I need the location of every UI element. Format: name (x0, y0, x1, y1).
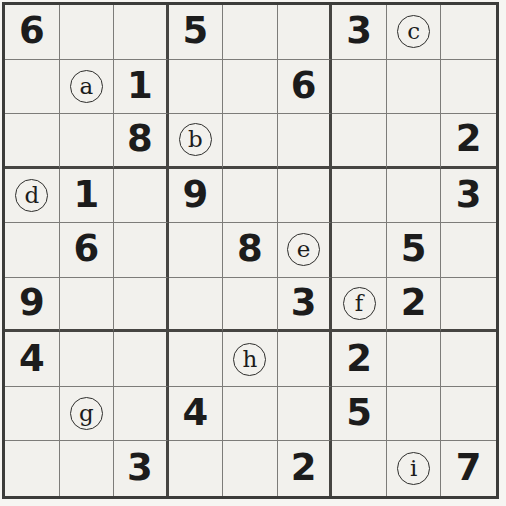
cell-r5c8[interactable]: 5 (387, 223, 442, 278)
cell-r9c9[interactable]: 7 (441, 441, 496, 496)
circled-label-h: h (233, 343, 266, 376)
cell-r1c5[interactable] (223, 5, 278, 60)
cell-r6c6[interactable]: 3 (278, 278, 333, 333)
cell-r9c4[interactable] (169, 441, 224, 496)
cell-r8c5[interactable] (223, 387, 278, 442)
cell-r3c6[interactable] (278, 114, 333, 169)
circled-label-f: f (343, 287, 376, 320)
cell-r2c9[interactable] (441, 60, 496, 115)
cell-r2c7[interactable] (332, 60, 387, 115)
cell-r6c1[interactable]: 9 (5, 278, 60, 333)
cell-r7c1[interactable]: 4 (5, 332, 60, 387)
cell-r4c1[interactable]: d (5, 169, 60, 224)
cell-r7c3[interactable] (114, 332, 169, 387)
cell-r7c4[interactable] (169, 332, 224, 387)
cell-r2c1[interactable] (5, 60, 60, 115)
cell-r7c8[interactable] (387, 332, 442, 387)
sudoku-page: 653ca168b2d19368e593f24h2g4532i7 (0, 0, 506, 506)
cell-r5c1[interactable] (5, 223, 60, 278)
cell-r5c6[interactable]: e (278, 223, 333, 278)
given-digit: 9 (19, 284, 45, 321)
given-digit: 6 (73, 230, 99, 267)
given-digit: 5 (401, 230, 427, 267)
cell-r8c2[interactable]: g (60, 387, 115, 442)
cell-r3c2[interactable] (60, 114, 115, 169)
cell-r1c4[interactable]: 5 (169, 5, 224, 60)
cell-r1c7[interactable]: 3 (332, 5, 387, 60)
given-digit: 5 (346, 394, 372, 431)
cell-r3c5[interactable] (223, 114, 278, 169)
cell-r3c4[interactable]: b (169, 114, 224, 169)
cell-r6c2[interactable] (60, 278, 115, 333)
circled-label-d: d (15, 179, 48, 212)
cell-r8c7[interactable]: 5 (332, 387, 387, 442)
given-digit: 6 (291, 67, 317, 104)
cell-r5c5[interactable]: 8 (223, 223, 278, 278)
cell-r7c9[interactable] (441, 332, 496, 387)
cell-r2c5[interactable] (223, 60, 278, 115)
given-digit: 1 (127, 67, 153, 104)
sudoku-grid: 653ca168b2d19368e593f24h2g4532i7 (2, 2, 499, 499)
cell-r8c9[interactable] (441, 387, 496, 442)
cell-r9c8[interactable]: i (387, 441, 442, 496)
cell-r4c5[interactable] (223, 169, 278, 224)
given-digit: 8 (237, 230, 263, 267)
cell-r9c2[interactable] (60, 441, 115, 496)
cell-r9c1[interactable] (5, 441, 60, 496)
given-digit: 2 (401, 284, 427, 321)
cell-r6c3[interactable] (114, 278, 169, 333)
circled-label-b: b (179, 123, 212, 156)
given-digit: 7 (456, 449, 482, 486)
cell-r8c1[interactable] (5, 387, 60, 442)
cell-r3c9[interactable]: 2 (441, 114, 496, 169)
cell-r9c6[interactable]: 2 (278, 441, 333, 496)
cell-r3c3[interactable]: 8 (114, 114, 169, 169)
cell-r6c4[interactable] (169, 278, 224, 333)
given-digit: 2 (291, 449, 317, 486)
cell-r5c2[interactable]: 6 (60, 223, 115, 278)
cell-r5c3[interactable] (114, 223, 169, 278)
cell-r8c6[interactable] (278, 387, 333, 442)
given-digit: 6 (19, 12, 45, 49)
circled-label-c: c (397, 15, 430, 48)
cell-r2c4[interactable] (169, 60, 224, 115)
given-digit: 3 (127, 449, 153, 486)
cell-r2c8[interactable] (387, 60, 442, 115)
cell-r6c7[interactable]: f (332, 278, 387, 333)
circled-label-i: i (397, 452, 430, 485)
given-digit: 4 (19, 340, 45, 377)
cell-r4c4[interactable]: 9 (169, 169, 224, 224)
given-digit: 1 (73, 176, 99, 213)
cell-r8c4[interactable]: 4 (169, 387, 224, 442)
cell-r8c8[interactable] (387, 387, 442, 442)
cell-r4c6[interactable] (278, 169, 333, 224)
given-digit: 5 (183, 12, 209, 49)
cell-r8c3[interactable] (114, 387, 169, 442)
cell-r7c6[interactable] (278, 332, 333, 387)
cell-r1c3[interactable] (114, 5, 169, 60)
cell-r7c5[interactable]: h (223, 332, 278, 387)
given-digit: 9 (183, 176, 209, 213)
cell-r9c5[interactable] (223, 441, 278, 496)
cell-r4c9[interactable]: 3 (441, 169, 496, 224)
circled-label-e: e (287, 233, 320, 266)
given-digit: 3 (291, 284, 317, 321)
circled-label-a: a (70, 70, 103, 103)
cell-r1c2[interactable] (60, 5, 115, 60)
cell-r6c9[interactable] (441, 278, 496, 333)
given-digit: 2 (346, 340, 372, 377)
cell-r1c1[interactable]: 6 (5, 5, 60, 60)
cell-r2c6[interactable]: 6 (278, 60, 333, 115)
cell-r7c7[interactable]: 2 (332, 332, 387, 387)
cell-r3c8[interactable] (387, 114, 442, 169)
cell-r9c3[interactable]: 3 (114, 441, 169, 496)
cell-r5c9[interactable] (441, 223, 496, 278)
given-digit: 2 (456, 120, 482, 157)
cell-r1c6[interactable] (278, 5, 333, 60)
cell-r1c9[interactable] (441, 5, 496, 60)
cell-r4c2[interactable]: 1 (60, 169, 115, 224)
cell-r6c8[interactable]: 2 (387, 278, 442, 333)
given-digit: 3 (346, 12, 372, 49)
cell-r7c2[interactable] (60, 332, 115, 387)
cell-r6c5[interactable] (223, 278, 278, 333)
cell-r2c3[interactable]: 1 (114, 60, 169, 115)
cell-r5c4[interactable] (169, 223, 224, 278)
cell-r4c8[interactable] (387, 169, 442, 224)
given-digit: 8 (127, 120, 153, 157)
cell-r1c8[interactable]: c (387, 5, 442, 60)
given-digit: 3 (456, 176, 482, 213)
cell-r4c7[interactable] (332, 169, 387, 224)
given-digit: 4 (183, 394, 209, 431)
cell-r5c7[interactable] (332, 223, 387, 278)
cell-r3c7[interactable] (332, 114, 387, 169)
circled-label-g: g (70, 397, 103, 430)
cell-r2c2[interactable]: a (60, 60, 115, 115)
cell-r4c3[interactable] (114, 169, 169, 224)
cell-r3c1[interactable] (5, 114, 60, 169)
cell-r9c7[interactable] (332, 441, 387, 496)
